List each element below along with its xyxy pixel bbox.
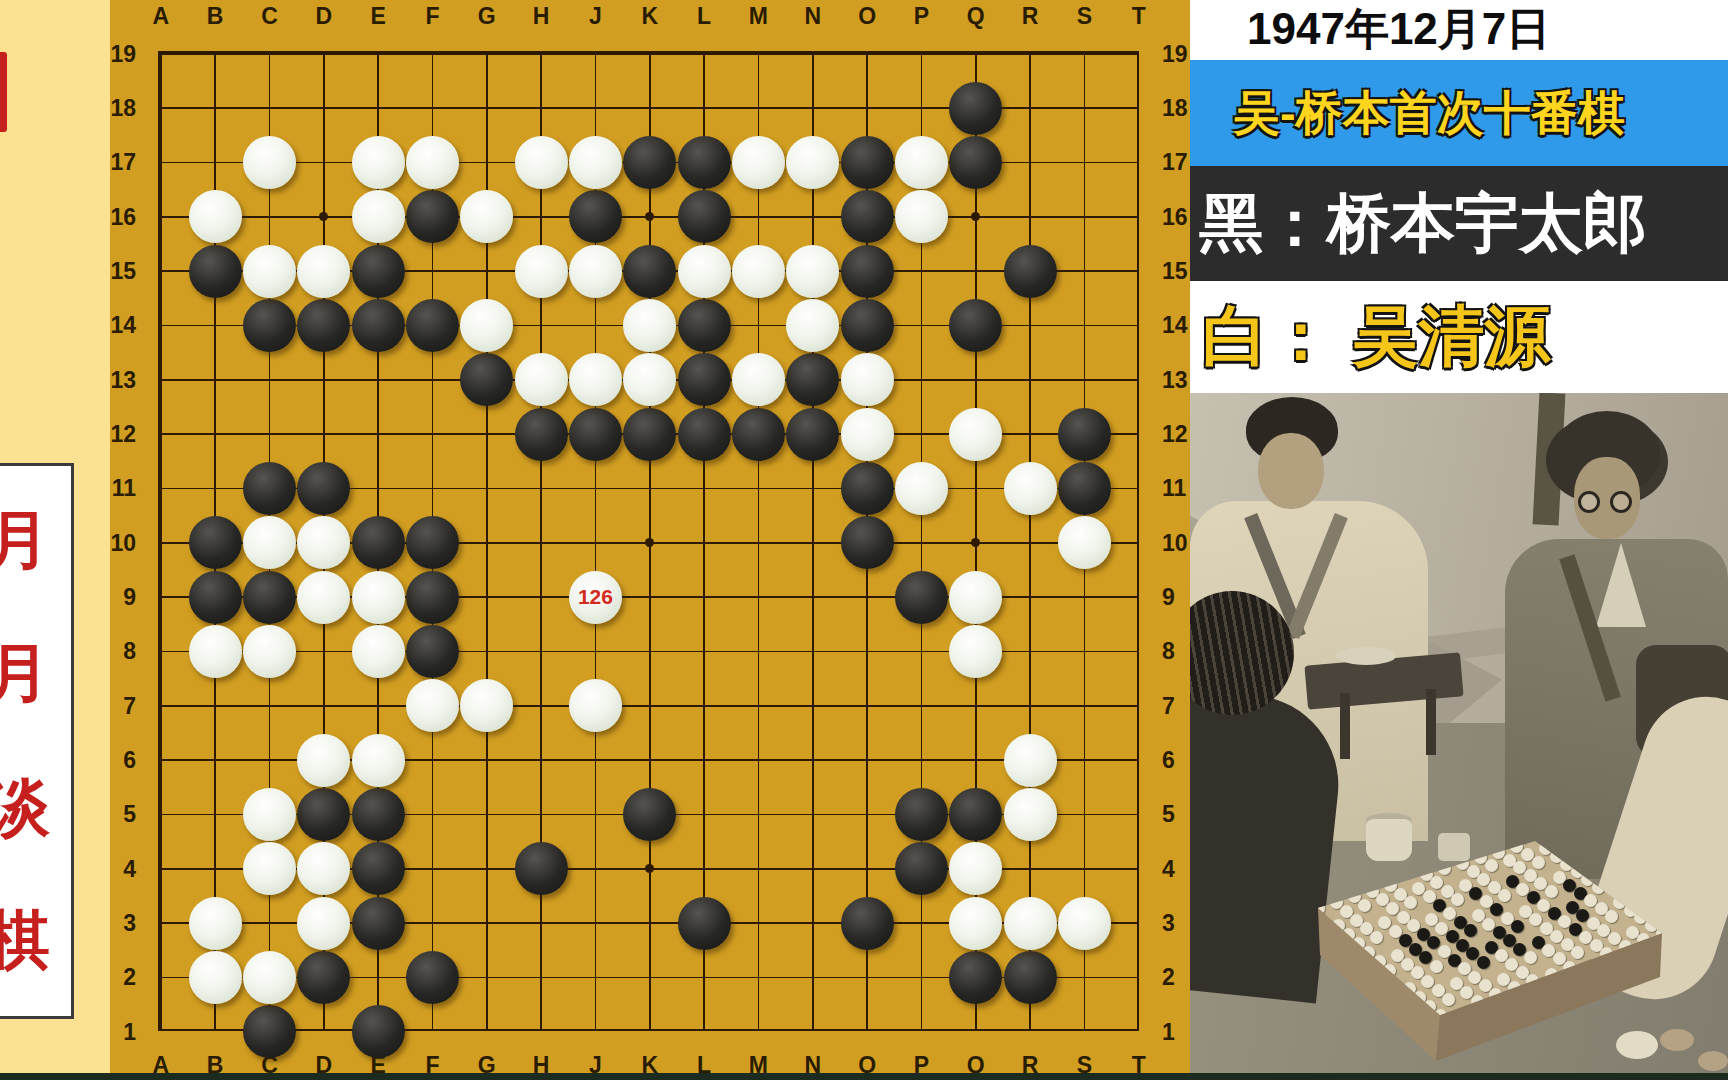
- photo-mini-black-stone: [1464, 924, 1477, 937]
- black-stone: [352, 788, 405, 841]
- black-stone: [189, 516, 242, 569]
- black-stone: [189, 245, 242, 298]
- black-stone: [678, 190, 731, 243]
- coord-label-left: 1: [102, 1019, 136, 1045]
- coord-label-left: 19: [102, 41, 136, 67]
- white-stone: [569, 679, 622, 732]
- caption-character: 月: [0, 642, 50, 706]
- white-stone: [352, 190, 405, 243]
- black-stone: [1004, 245, 1057, 298]
- coord-label-left: 6: [102, 747, 136, 773]
- black-stone: [406, 951, 459, 1004]
- coord-label-left: 10: [102, 530, 136, 556]
- photo-mini-white-stone: [1451, 893, 1464, 906]
- coord-label-left: 12: [102, 421, 136, 447]
- white-stone: [243, 788, 296, 841]
- coord-label-left: 14: [102, 312, 136, 338]
- photo-mini-white-stone: [1524, 951, 1537, 964]
- coord-label-top: L: [684, 3, 724, 29]
- coord-label-top: B: [195, 3, 235, 29]
- white-stone: [569, 353, 622, 406]
- black-stone: [1058, 462, 1111, 515]
- coord-label-top: K: [630, 3, 670, 29]
- white-stone: [243, 951, 296, 1004]
- black-stone: [949, 951, 1002, 1004]
- coord-label-top: M: [738, 3, 778, 29]
- black-stone: [623, 136, 676, 189]
- white-stone: [1004, 788, 1057, 841]
- black-stone: [841, 190, 894, 243]
- photo-teacup: [1366, 819, 1412, 861]
- white-stone: [895, 462, 948, 515]
- black-stone: [569, 408, 622, 461]
- clipped-red-character: [0, 52, 7, 132]
- black-stone: [243, 462, 296, 515]
- white-stone: [243, 245, 296, 298]
- white-stone: [786, 136, 839, 189]
- match-title-banner: 吴-桥本首次十番棋: [1190, 60, 1728, 166]
- coord-label-left: 13: [102, 367, 136, 393]
- black-stone: [895, 788, 948, 841]
- coord-label-top: O: [847, 3, 887, 29]
- photo-mini-white-stone: [1404, 896, 1417, 909]
- coord-label-top: G: [467, 3, 507, 29]
- white-stone: [895, 190, 948, 243]
- black-stone: [949, 788, 1002, 841]
- photo-mini-white-stone: [1605, 910, 1618, 923]
- photo-glasses-left-lens: [1578, 491, 1600, 513]
- photo-mini-white-stone: [1571, 946, 1584, 959]
- black-stone: [623, 408, 676, 461]
- white-stone: [678, 245, 731, 298]
- white-stone: [189, 897, 242, 950]
- black-stone: [406, 516, 459, 569]
- white-stone: [1004, 462, 1057, 515]
- vertical-caption-box: 月月谈棋: [0, 463, 74, 1019]
- photo-mini-black-stone: [1477, 956, 1490, 969]
- coord-label-left: 2: [102, 964, 136, 990]
- black-stone: [678, 299, 731, 352]
- white-stone: [297, 734, 350, 787]
- left-caption-strip: 月月谈棋: [0, 0, 110, 1080]
- white-stone: [569, 136, 622, 189]
- black-stone: [841, 136, 894, 189]
- black-stone: [352, 1005, 405, 1058]
- photo-mini-white-stone: [1370, 931, 1383, 944]
- white-stone: [515, 353, 568, 406]
- white-stone: [243, 625, 296, 678]
- video-frame: 月月谈棋 AABBCCDDEEFFGGHHJJKKLLMMNNOOPPQQRRS…: [0, 0, 1728, 1080]
- photo-mini-white-stone: [1485, 859, 1498, 872]
- black-stone: [678, 408, 731, 461]
- black-stone: [678, 353, 731, 406]
- coord-label-left: 4: [102, 856, 136, 882]
- move-number-label: 126: [578, 585, 613, 609]
- black-stone: [1058, 408, 1111, 461]
- photo-teapot: [1616, 1031, 1658, 1059]
- black-stone: [406, 571, 459, 624]
- coord-label-top: T: [1119, 3, 1159, 29]
- photo-mini-white-stone: [1545, 885, 1558, 898]
- match-title-text: 吴-桥本首次十番棋: [1190, 82, 1625, 145]
- coord-label-top: N: [793, 3, 833, 29]
- photo-saucer: [1336, 647, 1396, 665]
- white-player-text: 白： 吴清源: [1190, 292, 1550, 382]
- black-stone: [297, 788, 350, 841]
- black-stone: [352, 245, 405, 298]
- black-stone: [406, 190, 459, 243]
- coord-label-top: H: [521, 3, 561, 29]
- coord-label-top: A: [141, 3, 181, 29]
- white-stone: [406, 136, 459, 189]
- photo-mini-white-stone: [1442, 993, 1455, 1006]
- black-stone: [678, 897, 731, 950]
- archival-photo: [1190, 393, 1728, 1075]
- black-stone: [243, 299, 296, 352]
- white-stone: [515, 136, 568, 189]
- black-stone: [243, 1005, 296, 1058]
- black-stone: [515, 842, 568, 895]
- white-stone: [841, 408, 894, 461]
- white-stone: [732, 245, 785, 298]
- bottom-dark-strip: [0, 1073, 1728, 1080]
- black-stone: [623, 788, 676, 841]
- coord-label-top: D: [304, 3, 344, 29]
- white-stone: [243, 516, 296, 569]
- white-stone: [1058, 516, 1111, 569]
- black-stone: [406, 625, 459, 678]
- white-stone: [515, 245, 568, 298]
- white-stone: [352, 734, 405, 787]
- black-stone: [1004, 951, 1057, 1004]
- black-stone: [949, 136, 1002, 189]
- white-stone: [949, 408, 1002, 461]
- coord-label-top: S: [1064, 3, 1104, 29]
- white-stone: [623, 299, 676, 352]
- coord-label-left: 9: [102, 584, 136, 610]
- photo-mini-white-stone: [1358, 899, 1371, 912]
- black-stone: [515, 408, 568, 461]
- white-stone: [1004, 897, 1057, 950]
- white-stone: [949, 625, 1002, 678]
- black-stone: [841, 299, 894, 352]
- coord-label-left: 7: [102, 693, 136, 719]
- coord-label-left: 16: [102, 204, 136, 230]
- marked-stone-126: 126: [569, 571, 622, 624]
- coord-label-left: 5: [102, 801, 136, 827]
- black-player-text: 黑：桥本宇太郎: [1190, 180, 1647, 267]
- game-date: 1947年12月7日: [1190, 0, 1728, 60]
- white-stone: [732, 353, 785, 406]
- black-stone: [841, 462, 894, 515]
- white-stone: [352, 136, 405, 189]
- black-stone: [243, 571, 296, 624]
- coord-label-left: 3: [102, 910, 136, 936]
- photo-small-cup: [1438, 833, 1470, 861]
- photo-mini-black-stone: [1511, 920, 1524, 933]
- coord-label-left: 15: [102, 258, 136, 284]
- black-stone: [949, 82, 1002, 135]
- white-stone: [841, 353, 894, 406]
- black-stone: [352, 516, 405, 569]
- white-stone: [189, 951, 242, 1004]
- white-stone: [949, 571, 1002, 624]
- white-stone: [297, 571, 350, 624]
- white-stone: [569, 245, 622, 298]
- coord-label-left: 17: [102, 149, 136, 175]
- white-stone: [243, 136, 296, 189]
- black-stone: [297, 462, 350, 515]
- white-player-banner: 白： 吴清源: [1190, 281, 1728, 393]
- black-stone: [189, 571, 242, 624]
- black-stone: [623, 245, 676, 298]
- black-stone: [678, 136, 731, 189]
- caption-character: 月: [0, 509, 50, 573]
- white-stone: [297, 245, 350, 298]
- coord-label-left: 8: [102, 638, 136, 664]
- coord-label-top: C: [249, 3, 289, 29]
- black-stone: [297, 299, 350, 352]
- black-stone: [895, 842, 948, 895]
- photo-mini-white-stone: [1498, 889, 1511, 902]
- white-stone: [243, 842, 296, 895]
- coord-label-top: J: [575, 3, 615, 29]
- black-stone: [297, 951, 350, 1004]
- white-stone: [460, 299, 513, 352]
- white-stone: [189, 190, 242, 243]
- photo-mini-white-stone: [1430, 960, 1443, 973]
- black-stone: [841, 245, 894, 298]
- black-stone: [352, 897, 405, 950]
- photo-cushion-dot2: [1698, 1051, 1728, 1071]
- white-stone: [297, 897, 350, 950]
- coord-label-top: F: [412, 3, 452, 29]
- caption-character: 谈: [0, 776, 50, 840]
- black-stone: [786, 408, 839, 461]
- coord-label-top: E: [358, 3, 398, 29]
- black-stone: [895, 571, 948, 624]
- black-stone: [352, 842, 405, 895]
- black-stone: [406, 299, 459, 352]
- photo-table-leg: [1340, 693, 1350, 759]
- info-panel: 1947年12月7日 吴-桥本首次十番棋 黑：桥本宇太郎 白： 吴清源: [1190, 0, 1728, 1080]
- caption-character: 棋: [0, 909, 50, 973]
- white-stone: [949, 897, 1002, 950]
- black-stone: [569, 190, 622, 243]
- white-stone: [732, 136, 785, 189]
- photo-glasses-right-lens: [1610, 491, 1632, 513]
- coord-label-left: 11: [102, 475, 136, 501]
- coord-label-top: P: [901, 3, 941, 29]
- photo-mini-white-stone: [1532, 856, 1545, 869]
- white-stone: [786, 245, 839, 298]
- white-stone: [189, 625, 242, 678]
- black-stone: [949, 299, 1002, 352]
- white-stone: [352, 571, 405, 624]
- black-player-banner: 黑：桥本宇太郎: [1190, 166, 1728, 281]
- go-board-panel: AABBCCDDEEFFGGHHJJKKLLMMNNOOPPQQRRSSTT19…: [110, 0, 1190, 1080]
- coord-label-top: R: [1010, 3, 1050, 29]
- white-stone: [352, 625, 405, 678]
- white-stone: [895, 136, 948, 189]
- black-stone: [841, 516, 894, 569]
- white-stone: [786, 299, 839, 352]
- white-stone: [1058, 897, 1111, 950]
- black-stone: [352, 299, 405, 352]
- photo-left-man-face: [1258, 433, 1324, 509]
- white-stone: [406, 679, 459, 732]
- black-stone: [841, 897, 894, 950]
- photo-cushion-dot: [1660, 1029, 1694, 1051]
- photo-table-leg2: [1426, 689, 1436, 755]
- coord-label-top: Q: [956, 3, 996, 29]
- black-stone: [732, 408, 785, 461]
- coord-label-left: 18: [102, 95, 136, 121]
- white-stone: [1004, 734, 1057, 787]
